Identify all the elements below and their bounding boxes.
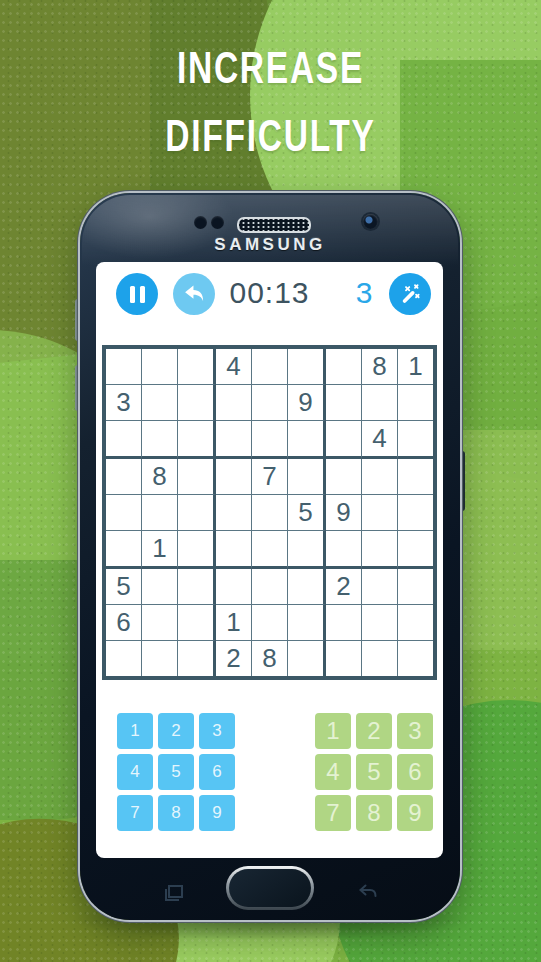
sudoku-cell-r5c1[interactable]	[106, 495, 142, 531]
title-line-2: DIFFICULTY	[43, 99, 497, 174]
sudoku-cell-r8c3[interactable]	[178, 605, 216, 641]
sudoku-cell-r9c6[interactable]	[288, 641, 326, 676]
sudoku-cell-r5c6[interactable]: 5	[288, 495, 326, 531]
sudoku-cell-r3c6[interactable]	[288, 421, 326, 459]
sudoku-cell-r1c4[interactable]: 4	[216, 349, 252, 385]
sudoku-cell-r4c3[interactable]	[178, 459, 216, 495]
sudoku-cell-r1c5[interactable]	[252, 349, 288, 385]
sudoku-cell-r5c4[interactable]	[216, 495, 252, 531]
proximity-sensor-icon	[194, 216, 207, 229]
sudoku-cell-r8c6[interactable]	[288, 605, 326, 641]
sudoku-cell-r1c1[interactable]	[106, 349, 142, 385]
number-pad-green: 123456789	[315, 713, 433, 831]
sudoku-cell-r2c4[interactable]	[216, 385, 252, 421]
sudoku-cell-r8c5[interactable]	[252, 605, 288, 641]
speaker-grille	[237, 217, 311, 233]
recents-icon[interactable]	[162, 881, 186, 905]
sudoku-cell-r7c1[interactable]: 5	[106, 569, 142, 605]
sudoku-cell-r4c4[interactable]	[216, 459, 252, 495]
back-icon[interactable]	[356, 881, 380, 905]
sudoku-cell-r4c2[interactable]: 8	[142, 459, 178, 495]
sudoku-cell-r2c5[interactable]	[252, 385, 288, 421]
sudoku-cell-r2c2[interactable]	[142, 385, 178, 421]
blue-pad-button-7[interactable]: 7	[117, 795, 153, 831]
phone-brand-logo: SAMSUNG	[80, 235, 460, 255]
sudoku-cell-r6c7[interactable]	[326, 531, 362, 569]
hint-count: 3	[344, 276, 384, 310]
sudoku-cell-r9c2[interactable]	[142, 641, 178, 676]
sudoku-cell-r1c6[interactable]	[288, 349, 326, 385]
sudoku-cell-r4c7[interactable]	[326, 459, 362, 495]
sudoku-cell-r1c7[interactable]	[326, 349, 362, 385]
hint-button[interactable]	[389, 273, 431, 315]
sudoku-cell-r9c5[interactable]: 8	[252, 641, 288, 676]
sudoku-cell-r3c5[interactable]	[252, 421, 288, 459]
sudoku-cell-r7c2[interactable]	[142, 569, 178, 605]
green-pad-button-7[interactable]: 7	[315, 795, 351, 831]
sudoku-cell-r4c9[interactable]	[398, 459, 433, 495]
sudoku-board: 48139487591526128	[102, 345, 437, 680]
light-sensor-icon	[211, 216, 224, 229]
sudoku-cell-r3c4[interactable]	[216, 421, 252, 459]
front-camera-icon	[363, 214, 378, 229]
samsung-phone-mockup: SAMSUNG 00:13 3	[80, 193, 460, 920]
sudoku-cell-r5c7[interactable]: 9	[326, 495, 362, 531]
sudoku-cell-r9c3[interactable]	[178, 641, 216, 676]
magic-wand-icon	[397, 281, 423, 307]
green-pad-button-9[interactable]: 9	[397, 795, 433, 831]
sudoku-cell-r7c4[interactable]	[216, 569, 252, 605]
sudoku-cell-r8c8[interactable]	[362, 605, 398, 641]
green-pad-button-8[interactable]: 8	[356, 795, 392, 831]
sudoku-cell-r1c2[interactable]	[142, 349, 178, 385]
sudoku-cell-r3c7[interactable]	[326, 421, 362, 459]
sudoku-cell-r2c1[interactable]: 3	[106, 385, 142, 421]
sudoku-cell-r9c4[interactable]: 2	[216, 641, 252, 676]
sudoku-cell-r3c8[interactable]: 4	[362, 421, 398, 459]
sudoku-cell-r7c6[interactable]	[288, 569, 326, 605]
sudoku-cell-r3c9[interactable]	[398, 421, 433, 459]
sudoku-cell-r4c8[interactable]	[362, 459, 398, 495]
sudoku-cell-r1c8[interactable]: 8	[362, 349, 398, 385]
sudoku-cell-r2c8[interactable]	[362, 385, 398, 421]
app-screen: 00:13 3 48139487591526128 123456789 1234…	[96, 262, 443, 858]
blue-pad-button-8[interactable]: 8	[158, 795, 194, 831]
sudoku-cell-r5c9[interactable]	[398, 495, 433, 531]
sudoku-cell-r7c3[interactable]	[178, 569, 216, 605]
sudoku-cell-r7c9[interactable]	[398, 569, 433, 605]
sudoku-cell-r6c5[interactable]	[252, 531, 288, 569]
home-button-face	[229, 869, 311, 907]
sudoku-cell-r8c7[interactable]	[326, 605, 362, 641]
green-pad-button-3[interactable]: 3	[397, 713, 433, 749]
sudoku-cell-r4c5[interactable]: 7	[252, 459, 288, 495]
sudoku-cell-r6c2[interactable]: 1	[142, 531, 178, 569]
sudoku-cell-r7c8[interactable]	[362, 569, 398, 605]
title-line-1: INCREASE	[43, 31, 497, 106]
blue-pad-button-2[interactable]: 2	[158, 713, 194, 749]
sudoku-cell-r8c2[interactable]	[142, 605, 178, 641]
sudoku-cell-r1c9[interactable]: 1	[398, 349, 433, 385]
sudoku-cell-r6c1[interactable]	[106, 531, 142, 569]
sudoku-cell-r6c9[interactable]	[398, 531, 433, 569]
sudoku-cell-r6c3[interactable]	[178, 531, 216, 569]
green-pad-button-1[interactable]: 1	[315, 713, 351, 749]
blue-pad-button-3[interactable]: 3	[199, 713, 235, 749]
sudoku-cell-r9c7[interactable]	[326, 641, 362, 676]
green-pad-button-5[interactable]: 5	[356, 754, 392, 790]
sudoku-cell-r8c9[interactable]	[398, 605, 433, 641]
blue-pad-button-4[interactable]: 4	[117, 754, 153, 790]
sudoku-cell-r5c2[interactable]	[142, 495, 178, 531]
sudoku-cell-r5c8[interactable]	[362, 495, 398, 531]
sudoku-cell-r3c2[interactable]	[142, 421, 178, 459]
green-pad-button-2[interactable]: 2	[356, 713, 392, 749]
sudoku-cell-r6c6[interactable]	[288, 531, 326, 569]
green-pad-button-4[interactable]: 4	[315, 754, 351, 790]
blue-pad-button-5[interactable]: 5	[158, 754, 194, 790]
sudoku-cell-r1c3[interactable]	[178, 349, 216, 385]
sudoku-cell-r9c9[interactable]	[398, 641, 433, 676]
page-title: INCREASE DIFFICULTY	[0, 34, 541, 170]
sudoku-cell-r9c8[interactable]	[362, 641, 398, 676]
sudoku-cell-r2c9[interactable]	[398, 385, 433, 421]
sudoku-cell-r4c6[interactable]	[288, 459, 326, 495]
sudoku-cell-r5c3[interactable]	[178, 495, 216, 531]
sudoku-cell-r3c1[interactable]	[106, 421, 142, 459]
blue-pad-button-9[interactable]: 9	[199, 795, 235, 831]
sudoku-cell-r8c1[interactable]: 6	[106, 605, 142, 641]
sudoku-cell-r2c3[interactable]	[178, 385, 216, 421]
sudoku-cell-r7c7[interactable]: 2	[326, 569, 362, 605]
phone-body: SAMSUNG 00:13 3	[80, 193, 460, 920]
home-button[interactable]	[226, 866, 314, 910]
sudoku-cell-r2c6[interactable]: 9	[288, 385, 326, 421]
sudoku-cell-r3c3[interactable]	[178, 421, 216, 459]
sudoku-cell-r8c4[interactable]: 1	[216, 605, 252, 641]
green-pad-button-6[interactable]: 6	[397, 754, 433, 790]
sudoku-cell-r5c5[interactable]	[252, 495, 288, 531]
sudoku-cell-r4c1[interactable]	[106, 459, 142, 495]
blue-pad-button-6[interactable]: 6	[199, 754, 235, 790]
sudoku-cell-r2c7[interactable]	[326, 385, 362, 421]
sudoku-cell-r7c5[interactable]	[252, 569, 288, 605]
number-pad-blue: 123456789	[117, 713, 235, 831]
sudoku-cell-r6c4[interactable]	[216, 531, 252, 569]
sudoku-cell-r6c8[interactable]	[362, 531, 398, 569]
sudoku-cell-r9c1[interactable]	[106, 641, 142, 676]
blue-pad-button-1[interactable]: 1	[117, 713, 153, 749]
